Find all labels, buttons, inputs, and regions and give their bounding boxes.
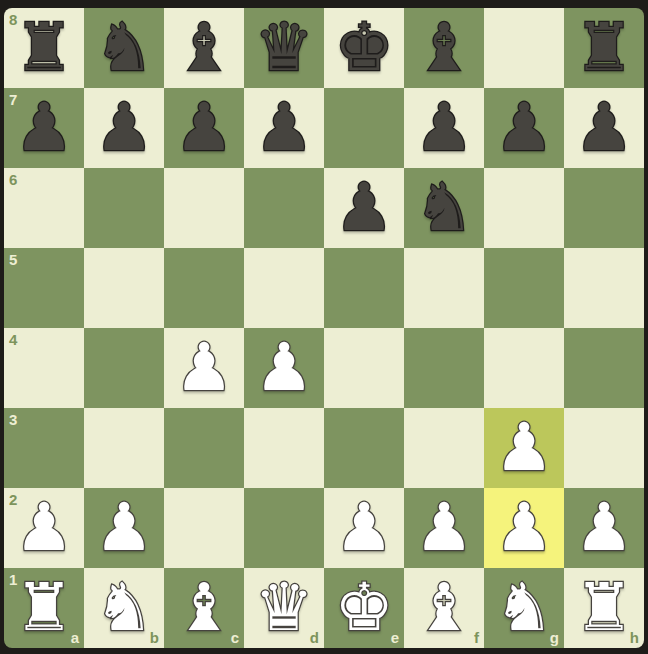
square-g7[interactable]: ♟ <box>484 88 564 168</box>
black-king-e8[interactable]: ♚ <box>324 8 404 88</box>
square-f1[interactable]: f♝ <box>404 568 484 648</box>
square-h7[interactable]: ♟ <box>564 88 644 168</box>
square-g8[interactable] <box>484 8 564 88</box>
square-c4[interactable]: ♟ <box>164 328 244 408</box>
square-e2[interactable]: ♟ <box>324 488 404 568</box>
square-e7[interactable] <box>324 88 404 168</box>
square-f7[interactable]: ♟ <box>404 88 484 168</box>
square-a2[interactable]: 2♟ <box>4 488 84 568</box>
square-c2[interactable] <box>164 488 244 568</box>
black-bishop-c8[interactable]: ♝ <box>164 8 244 88</box>
square-h5[interactable] <box>564 248 644 328</box>
white-pawn-f2[interactable]: ♟ <box>404 488 484 568</box>
white-pawn-h2[interactable]: ♟ <box>564 488 644 568</box>
square-c7[interactable]: ♟ <box>164 88 244 168</box>
square-h8[interactable]: ♜ <box>564 8 644 88</box>
white-bishop-c1[interactable]: ♝ <box>164 568 244 648</box>
page-background: 8♜♞♝♛♚♝♜7♟♟♟♟♟♟♟6♟♞54♟♟3♟2♟♟♟♟♟♟1a♜b♞c♝d… <box>0 0 648 654</box>
white-pawn-b2[interactable]: ♟ <box>84 488 164 568</box>
square-e6[interactable]: ♟ <box>324 168 404 248</box>
square-a4[interactable]: 4 <box>4 328 84 408</box>
rank-label-4: 4 <box>9 332 17 347</box>
square-d2[interactable] <box>244 488 324 568</box>
square-d4[interactable]: ♟ <box>244 328 324 408</box>
square-c5[interactable] <box>164 248 244 328</box>
white-pawn-d4[interactable]: ♟ <box>244 328 324 408</box>
white-pawn-g2[interactable]: ♟ <box>484 488 564 568</box>
black-pawn-c7[interactable]: ♟ <box>164 88 244 168</box>
square-f8[interactable]: ♝ <box>404 8 484 88</box>
white-rook-a1[interactable]: ♜ <box>4 568 84 648</box>
square-h4[interactable] <box>564 328 644 408</box>
square-e1[interactable]: e♚ <box>324 568 404 648</box>
square-g1[interactable]: g♞ <box>484 568 564 648</box>
square-c1[interactable]: c♝ <box>164 568 244 648</box>
black-rook-a8[interactable]: ♜ <box>4 8 84 88</box>
square-b8[interactable]: ♞ <box>84 8 164 88</box>
black-pawn-a7[interactable]: ♟ <box>4 88 84 168</box>
square-h1[interactable]: h♜ <box>564 568 644 648</box>
white-pawn-e2[interactable]: ♟ <box>324 488 404 568</box>
square-f3[interactable] <box>404 408 484 488</box>
square-b6[interactable] <box>84 168 164 248</box>
chess-board[interactable]: 8♜♞♝♛♚♝♜7♟♟♟♟♟♟♟6♟♞54♟♟3♟2♟♟♟♟♟♟1a♜b♞c♝d… <box>4 8 644 648</box>
square-c8[interactable]: ♝ <box>164 8 244 88</box>
square-a6[interactable]: 6 <box>4 168 84 248</box>
square-b7[interactable]: ♟ <box>84 88 164 168</box>
square-a5[interactable]: 5 <box>4 248 84 328</box>
square-b4[interactable] <box>84 328 164 408</box>
square-a1[interactable]: 1a♜ <box>4 568 84 648</box>
square-g2[interactable]: ♟ <box>484 488 564 568</box>
square-a8[interactable]: 8♜ <box>4 8 84 88</box>
black-pawn-f7[interactable]: ♟ <box>404 88 484 168</box>
square-c3[interactable] <box>164 408 244 488</box>
square-f2[interactable]: ♟ <box>404 488 484 568</box>
white-king-e1[interactable]: ♚ <box>324 568 404 648</box>
black-knight-b8[interactable]: ♞ <box>84 8 164 88</box>
square-g4[interactable] <box>484 328 564 408</box>
white-bishop-f1[interactable]: ♝ <box>404 568 484 648</box>
black-pawn-h7[interactable]: ♟ <box>564 88 644 168</box>
black-rook-h8[interactable]: ♜ <box>564 8 644 88</box>
black-pawn-b7[interactable]: ♟ <box>84 88 164 168</box>
square-e4[interactable] <box>324 328 404 408</box>
square-h2[interactable]: ♟ <box>564 488 644 568</box>
square-b2[interactable]: ♟ <box>84 488 164 568</box>
rank-label-6: 6 <box>9 172 17 187</box>
white-pawn-g3[interactable]: ♟ <box>484 408 564 488</box>
black-pawn-d7[interactable]: ♟ <box>244 88 324 168</box>
square-e5[interactable] <box>324 248 404 328</box>
square-e8[interactable]: ♚ <box>324 8 404 88</box>
black-knight-f6[interactable]: ♞ <box>404 168 484 248</box>
square-g5[interactable] <box>484 248 564 328</box>
square-d5[interactable] <box>244 248 324 328</box>
square-g6[interactable] <box>484 168 564 248</box>
white-pawn-c4[interactable]: ♟ <box>164 328 244 408</box>
white-knight-b1[interactable]: ♞ <box>84 568 164 648</box>
white-queen-d1[interactable]: ♛ <box>244 568 324 648</box>
square-a3[interactable]: 3 <box>4 408 84 488</box>
square-a7[interactable]: 7♟ <box>4 88 84 168</box>
square-f6[interactable]: ♞ <box>404 168 484 248</box>
square-d1[interactable]: d♛ <box>244 568 324 648</box>
black-bishop-f8[interactable]: ♝ <box>404 8 484 88</box>
square-b1[interactable]: b♞ <box>84 568 164 648</box>
rank-label-3: 3 <box>9 412 17 427</box>
square-d3[interactable] <box>244 408 324 488</box>
white-knight-g1[interactable]: ♞ <box>484 568 564 648</box>
square-c6[interactable] <box>164 168 244 248</box>
square-b5[interactable] <box>84 248 164 328</box>
square-h3[interactable] <box>564 408 644 488</box>
square-b3[interactable] <box>84 408 164 488</box>
square-d7[interactable]: ♟ <box>244 88 324 168</box>
square-d8[interactable]: ♛ <box>244 8 324 88</box>
rank-label-5: 5 <box>9 252 17 267</box>
square-h6[interactable] <box>564 168 644 248</box>
square-g3[interactable]: ♟ <box>484 408 564 488</box>
square-f4[interactable] <box>404 328 484 408</box>
square-f5[interactable] <box>404 248 484 328</box>
black-queen-d8[interactable]: ♛ <box>244 8 324 88</box>
square-d6[interactable] <box>244 168 324 248</box>
black-pawn-e6[interactable]: ♟ <box>324 168 404 248</box>
square-e3[interactable] <box>324 408 404 488</box>
white-pawn-a2[interactable]: ♟ <box>4 488 84 568</box>
white-rook-h1[interactable]: ♜ <box>564 568 644 648</box>
black-pawn-g7[interactable]: ♟ <box>484 88 564 168</box>
